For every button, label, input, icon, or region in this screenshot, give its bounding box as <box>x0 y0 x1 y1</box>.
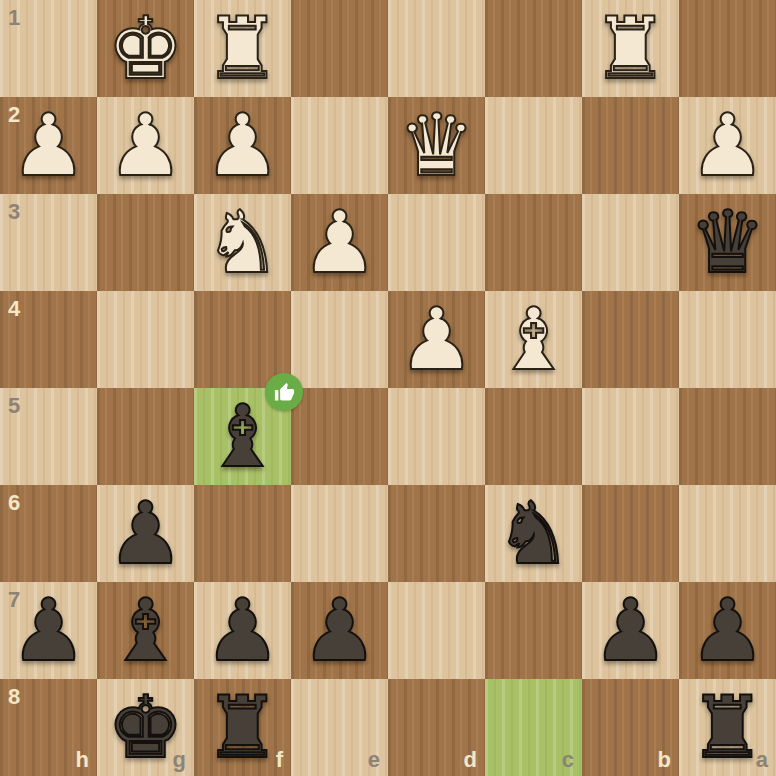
square-a4[interactable] <box>679 291 776 388</box>
piece-white-knight-f3[interactable]: ♞ <box>204 194 281 291</box>
square-e7[interactable]: ♟ <box>291 582 388 679</box>
square-a2[interactable]: ♟ <box>679 97 776 194</box>
piece-black-rook-f8[interactable]: ♜ <box>204 679 281 776</box>
square-e2[interactable] <box>291 97 388 194</box>
piece-black-pawn-b7[interactable]: ♟ <box>592 582 669 679</box>
square-d7[interactable] <box>388 582 485 679</box>
square-f1[interactable]: ♜ <box>194 0 291 97</box>
square-c1[interactable] <box>485 0 582 97</box>
square-h2[interactable]: 2♟ <box>0 97 97 194</box>
square-g1[interactable]: ♚ <box>97 0 194 97</box>
piece-white-rook-f1[interactable]: ♜ <box>204 0 281 97</box>
square-a1[interactable] <box>679 0 776 97</box>
piece-white-rook-b1[interactable]: ♜ <box>592 0 669 97</box>
file-label-g: g <box>173 747 186 773</box>
square-g7[interactable]: ♝ <box>97 582 194 679</box>
square-f2[interactable]: ♟ <box>194 97 291 194</box>
file-label-h: h <box>76 747 89 773</box>
square-d6[interactable] <box>388 485 485 582</box>
rank-label-5: 5 <box>8 393 20 419</box>
square-b2[interactable] <box>582 97 679 194</box>
rank-label-3: 3 <box>8 199 20 225</box>
square-f6[interactable] <box>194 485 291 582</box>
piece-white-pawn-g2[interactable]: ♟ <box>107 97 184 194</box>
square-a7[interactable]: ♟ <box>679 582 776 679</box>
piece-white-pawn-e3[interactable]: ♟ <box>301 194 378 291</box>
square-c3[interactable] <box>485 194 582 291</box>
square-d4[interactable]: ♟ <box>388 291 485 388</box>
file-label-a: a <box>756 747 768 773</box>
square-a8[interactable]: a♜ <box>679 679 776 776</box>
square-d1[interactable] <box>388 0 485 97</box>
square-d5[interactable] <box>388 388 485 485</box>
piece-black-pawn-f7[interactable]: ♟ <box>204 582 281 679</box>
square-d8[interactable]: d <box>388 679 485 776</box>
square-f7[interactable]: ♟ <box>194 582 291 679</box>
square-b6[interactable] <box>582 485 679 582</box>
square-a5[interactable] <box>679 388 776 485</box>
square-d3[interactable] <box>388 194 485 291</box>
file-label-e: e <box>368 747 380 773</box>
rank-label-1: 1 <box>8 5 20 31</box>
good-move-badge <box>265 373 303 411</box>
square-b7[interactable]: ♟ <box>582 582 679 679</box>
square-h8[interactable]: 8h <box>0 679 97 776</box>
piece-black-rook-a8[interactable]: ♜ <box>689 679 766 776</box>
square-h5[interactable]: 5 <box>0 388 97 485</box>
square-e1[interactable] <box>291 0 388 97</box>
square-g3[interactable] <box>97 194 194 291</box>
square-g2[interactable]: ♟ <box>97 97 194 194</box>
square-c4[interactable]: ♝ <box>485 291 582 388</box>
piece-black-pawn-e7[interactable]: ♟ <box>301 582 378 679</box>
square-e8[interactable]: e <box>291 679 388 776</box>
piece-white-pawn-d4[interactable]: ♟ <box>398 291 475 388</box>
rank-label-7: 7 <box>8 587 20 613</box>
piece-white-king-g1[interactable]: ♚ <box>107 0 184 97</box>
rank-label-6: 6 <box>8 490 20 516</box>
square-h7[interactable]: 7♟ <box>0 582 97 679</box>
square-b5[interactable] <box>582 388 679 485</box>
square-c7[interactable] <box>485 582 582 679</box>
square-g6[interactable]: ♟ <box>97 485 194 582</box>
square-g8[interactable]: g♚ <box>97 679 194 776</box>
file-label-d: d <box>464 747 477 773</box>
file-label-b: b <box>658 747 671 773</box>
rank-label-4: 4 <box>8 296 20 322</box>
piece-white-bishop-c4[interactable]: ♝ <box>495 291 572 388</box>
square-c5[interactable] <box>485 388 582 485</box>
square-e4[interactable] <box>291 291 388 388</box>
square-e3[interactable]: ♟ <box>291 194 388 291</box>
rank-label-8: 8 <box>8 684 20 710</box>
square-d2[interactable]: ♛ <box>388 97 485 194</box>
rank-label-2: 2 <box>8 102 20 128</box>
square-c2[interactable] <box>485 97 582 194</box>
piece-white-pawn-a2[interactable]: ♟ <box>689 97 766 194</box>
square-f8[interactable]: f♜ <box>194 679 291 776</box>
square-c6[interactable]: ♞ <box>485 485 582 582</box>
square-a6[interactable] <box>679 485 776 582</box>
square-g4[interactable] <box>97 291 194 388</box>
square-h1[interactable]: 1 <box>0 0 97 97</box>
piece-white-pawn-f2[interactable]: ♟ <box>204 97 281 194</box>
square-h4[interactable]: 4 <box>0 291 97 388</box>
piece-black-knight-c6[interactable]: ♞ <box>495 485 572 582</box>
piece-black-queen-a3[interactable]: ♛ <box>689 194 766 291</box>
square-h3[interactable]: 3 <box>0 194 97 291</box>
square-g5[interactable] <box>97 388 194 485</box>
square-h6[interactable]: 6 <box>0 485 97 582</box>
square-b3[interactable] <box>582 194 679 291</box>
piece-white-queen-d2[interactable]: ♛ <box>398 97 475 194</box>
square-f5[interactable]: ♝ <box>194 388 291 485</box>
chess-board: 1♚♜♜2♟♟♟♛♟3♞♟♛4♟♝5♝6♟♞7♟♝♟♟♟♟8hg♚f♜edcba… <box>0 0 776 776</box>
square-b4[interactable] <box>582 291 679 388</box>
square-c8[interactable]: c <box>485 679 582 776</box>
square-e6[interactable] <box>291 485 388 582</box>
square-f3[interactable]: ♞ <box>194 194 291 291</box>
square-b1[interactable]: ♜ <box>582 0 679 97</box>
file-label-c: c <box>562 747 574 773</box>
file-label-f: f <box>276 747 283 773</box>
square-b8[interactable]: b <box>582 679 679 776</box>
piece-black-bishop-g7[interactable]: ♝ <box>107 582 184 679</box>
piece-white-pawn-h2[interactable]: ♟ <box>10 97 87 194</box>
piece-black-pawn-g6[interactable]: ♟ <box>107 485 184 582</box>
square-a3[interactable]: ♛ <box>679 194 776 291</box>
piece-black-pawn-a7[interactable]: ♟ <box>689 582 766 679</box>
piece-black-pawn-h7[interactable]: ♟ <box>10 582 87 679</box>
thumbs-up-icon <box>274 382 295 403</box>
square-e5[interactable] <box>291 388 388 485</box>
